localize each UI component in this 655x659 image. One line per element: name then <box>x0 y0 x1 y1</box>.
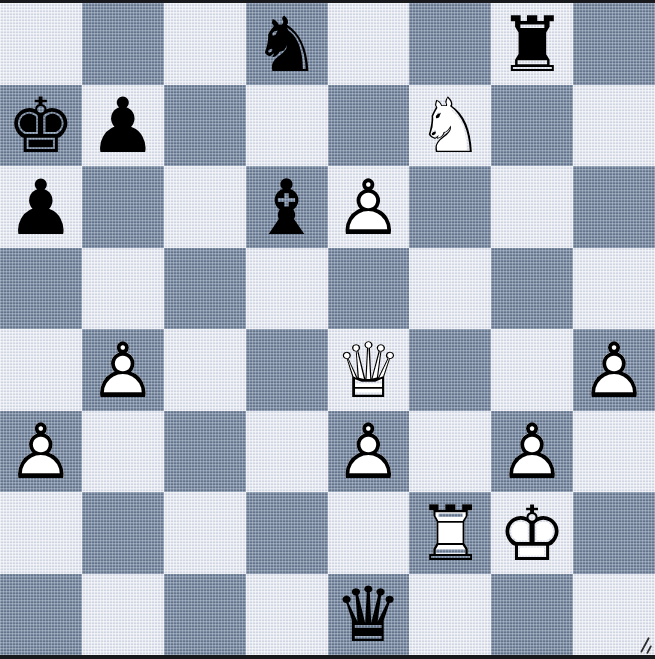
square-c1[interactable] <box>164 574 246 656</box>
square-d6[interactable]: ♝ <box>246 166 328 248</box>
black-queen-e1[interactable]: ♛ <box>328 575 410 657</box>
square-e6[interactable]: ♟♙ <box>328 166 410 248</box>
square-b1[interactable] <box>82 574 164 656</box>
square-g4[interactable] <box>491 329 573 411</box>
square-b8[interactable] <box>82 3 164 85</box>
board-top-border <box>0 0 655 3</box>
white-rook-f2[interactable]: ♜♖ <box>409 493 491 575</box>
white-pawn-g3[interactable]: ♟♙ <box>491 412 573 494</box>
square-e1[interactable]: ♛ <box>328 574 410 656</box>
board-bottom-border <box>0 655 655 659</box>
square-g3[interactable]: ♟♙ <box>491 411 573 493</box>
white-king-g2[interactable]: ♚♔ <box>491 493 573 575</box>
square-e5[interactable] <box>328 248 410 330</box>
chess-board: ♞♜♚♟♞♘♟♝♟♙♟♙♛♕♟♙♟♙♟♙♟♙♜♖♚♔♛ <box>0 3 655 655</box>
piece-glyph: ♕ <box>334 333 402 409</box>
square-d7[interactable] <box>246 85 328 167</box>
piece-glyph: ♟ <box>89 88 157 164</box>
square-c3[interactable] <box>164 411 246 493</box>
piece-glyph: ♘ <box>416 88 484 164</box>
square-g2[interactable]: ♚♔ <box>491 492 573 574</box>
square-e8[interactable] <box>328 3 410 85</box>
square-c7[interactable] <box>164 85 246 167</box>
square-h3[interactable] <box>573 411 655 493</box>
square-c5[interactable] <box>164 248 246 330</box>
piece-glyph: ♟ <box>7 170 75 246</box>
square-a5[interactable] <box>0 248 82 330</box>
chess-app-window: ♞♜♚♟♞♘♟♝♟♙♟♙♛♕♟♙♟♙♟♙♟♙♜♖♚♔♛ <box>0 0 655 659</box>
black-knight-d8[interactable]: ♞ <box>246 4 328 86</box>
black-pawn-b7[interactable]: ♟ <box>82 86 164 168</box>
piece-glyph: ♚ <box>7 88 75 164</box>
square-c4[interactable] <box>164 329 246 411</box>
square-e3[interactable]: ♟♙ <box>328 411 410 493</box>
square-g6[interactable] <box>491 166 573 248</box>
square-f5[interactable] <box>409 248 491 330</box>
piece-glyph: ♙ <box>334 170 402 246</box>
square-g1[interactable] <box>491 574 573 656</box>
square-d4[interactable] <box>246 329 328 411</box>
square-f4[interactable] <box>409 329 491 411</box>
white-pawn-e6[interactable]: ♟♙ <box>328 167 410 249</box>
piece-glyph: ♙ <box>498 414 566 490</box>
black-bishop-d6[interactable]: ♝ <box>246 167 328 249</box>
square-g7[interactable] <box>491 85 573 167</box>
square-g8[interactable]: ♜ <box>491 3 573 85</box>
resize-grip-icon[interactable] <box>635 636 653 654</box>
piece-glyph: ♝ <box>252 170 320 246</box>
square-f2[interactable]: ♜♖ <box>409 492 491 574</box>
square-f6[interactable] <box>409 166 491 248</box>
piece-glyph: ♜ <box>498 7 566 83</box>
square-a4[interactable] <box>0 329 82 411</box>
square-a3[interactable]: ♟♙ <box>0 411 82 493</box>
square-b3[interactable] <box>82 411 164 493</box>
piece-glyph: ♙ <box>89 333 157 409</box>
square-b6[interactable] <box>82 166 164 248</box>
black-king-a7[interactable]: ♚ <box>0 86 82 168</box>
piece-glyph: ♔ <box>498 496 566 572</box>
square-c2[interactable] <box>164 492 246 574</box>
square-d5[interactable] <box>246 248 328 330</box>
square-d2[interactable] <box>246 492 328 574</box>
black-pawn-a6[interactable]: ♟ <box>0 167 82 249</box>
square-d3[interactable] <box>246 411 328 493</box>
square-f7[interactable]: ♞♘ <box>409 85 491 167</box>
piece-glyph: ♙ <box>334 414 402 490</box>
square-a6[interactable]: ♟ <box>0 166 82 248</box>
square-e7[interactable] <box>328 85 410 167</box>
square-a8[interactable] <box>0 3 82 85</box>
square-b2[interactable] <box>82 492 164 574</box>
square-h6[interactable] <box>573 166 655 248</box>
black-rook-g8[interactable]: ♜ <box>491 4 573 86</box>
square-d1[interactable] <box>246 574 328 656</box>
white-pawn-a3[interactable]: ♟♙ <box>0 412 82 494</box>
square-f1[interactable] <box>409 574 491 656</box>
white-pawn-b4[interactable]: ♟♙ <box>82 330 164 412</box>
square-g5[interactable] <box>491 248 573 330</box>
piece-glyph: ♖ <box>416 496 484 572</box>
piece-glyph: ♙ <box>580 333 648 409</box>
white-knight-f7[interactable]: ♞♘ <box>409 86 491 168</box>
square-d8[interactable]: ♞ <box>246 3 328 85</box>
square-h4[interactable]: ♟♙ <box>573 329 655 411</box>
square-h2[interactable] <box>573 492 655 574</box>
square-a7[interactable]: ♚ <box>0 85 82 167</box>
square-a1[interactable] <box>0 574 82 656</box>
piece-glyph: ♙ <box>7 414 75 490</box>
square-h7[interactable] <box>573 85 655 167</box>
square-h5[interactable] <box>573 248 655 330</box>
square-h8[interactable] <box>573 3 655 85</box>
square-c6[interactable] <box>164 166 246 248</box>
square-f3[interactable] <box>409 411 491 493</box>
square-e4[interactable]: ♛♕ <box>328 329 410 411</box>
square-e2[interactable] <box>328 492 410 574</box>
white-pawn-e3[interactable]: ♟♙ <box>328 412 410 494</box>
square-b7[interactable]: ♟ <box>82 85 164 167</box>
square-b4[interactable]: ♟♙ <box>82 329 164 411</box>
piece-glyph: ♞ <box>252 7 320 83</box>
piece-glyph: ♛ <box>334 577 402 653</box>
square-c8[interactable] <box>164 3 246 85</box>
square-b5[interactable] <box>82 248 164 330</box>
white-queen-e4[interactable]: ♛♕ <box>328 330 410 412</box>
square-f8[interactable] <box>409 3 491 85</box>
white-pawn-h4[interactable]: ♟♙ <box>573 330 655 412</box>
square-a2[interactable] <box>0 492 82 574</box>
